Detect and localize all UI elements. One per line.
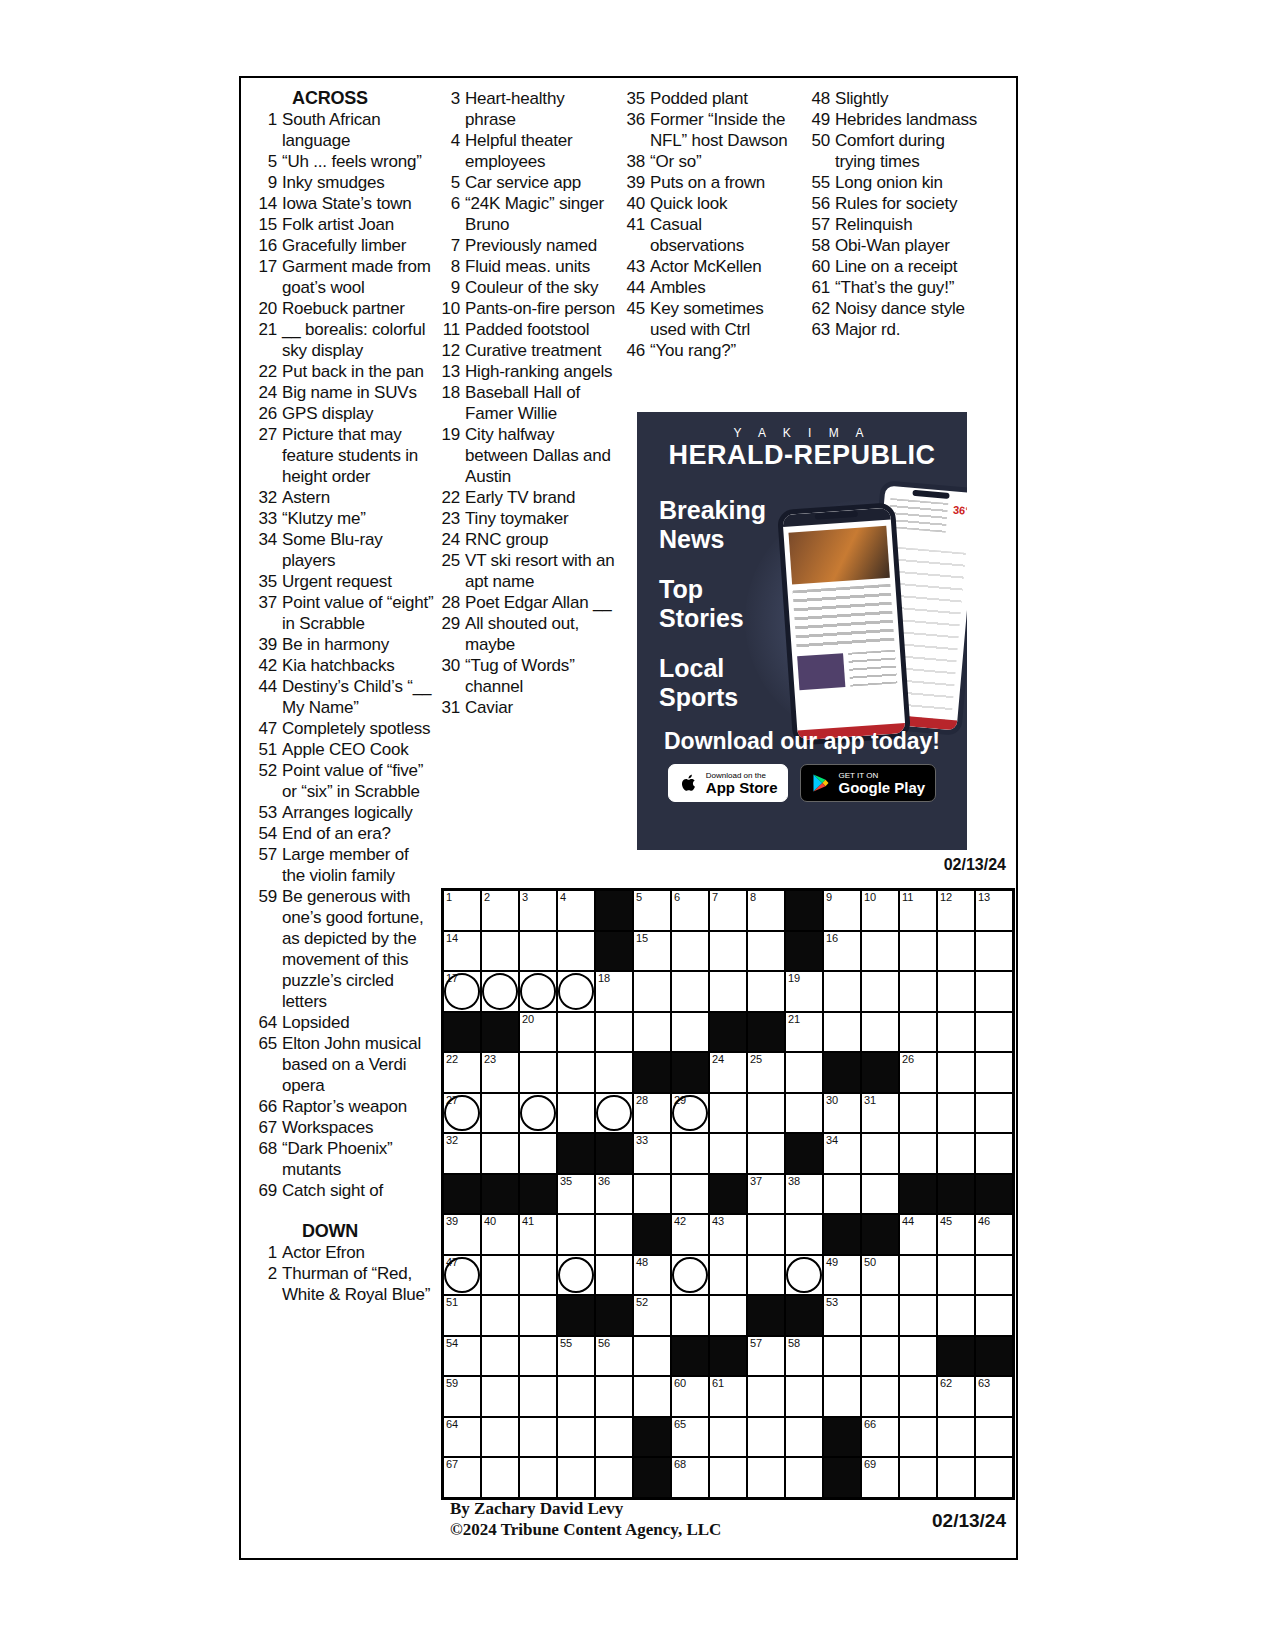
cell-number: 14 [446,933,458,944]
clue-down-31: 31Caviar [433,697,617,718]
clue-across-17: 17Garment made from goat’s wool [250,256,434,298]
cell-r3c15[interactable] [976,972,1012,1011]
clue-across-51: 51Apple CEO Cook [250,739,434,760]
cell-r14c10[interactable] [786,1418,822,1457]
cell-r11c8[interactable] [710,1296,746,1335]
cell-number: 50 [864,1257,876,1268]
cell-number: 39 [446,1216,458,1227]
cell-r9c11 [824,1215,860,1254]
cell-r2c14[interactable] [938,932,974,971]
cell-r10c8[interactable] [710,1256,746,1295]
clue-number: 27 [250,424,282,487]
clue-down-19: 19City halfway between Dallas and Austin [433,424,617,487]
cell-r4c3[interactable]: 20 [520,1013,556,1052]
clue-down-56: 56Rules for society [803,193,989,214]
cell-r14c7[interactable]: 65 [672,1418,708,1457]
cell-r7c13[interactable] [900,1134,936,1173]
clue-across-53: 53Arranges logically [250,802,434,823]
clue-text: High-ranking angels [465,361,617,382]
clue-across-67: 67Workspaces [250,1117,434,1138]
cell-r5c2[interactable]: 23 [482,1053,518,1092]
cell-r4c11[interactable] [824,1013,860,1052]
cell-r7c6[interactable]: 33 [634,1134,670,1173]
cell-r5c9[interactable]: 25 [748,1053,784,1092]
cell-r3c5[interactable]: 18 [596,972,632,1011]
clue-across-21: 21__ borealis: colorful sky display [250,319,434,361]
circle-marker [444,1095,480,1132]
cell-r3c14[interactable] [938,972,974,1011]
clue-across-52: 52Point value of “five” or “six” in Scra… [250,760,434,802]
cell-r1c3[interactable]: 3 [520,891,556,930]
cell-r8c9[interactable]: 37 [748,1175,784,1214]
cell-r15c10[interactable] [786,1458,822,1497]
cell-number: 64 [446,1419,458,1430]
cell-r6c7[interactable]: 29 [672,1094,708,1133]
clue-text: Apple CEO Cook [282,739,434,760]
cell-r2c13[interactable] [900,932,936,971]
cell-r13c7[interactable]: 60 [672,1377,708,1416]
cell-r6c15[interactable] [976,1094,1012,1133]
cell-r13c3[interactable] [520,1377,556,1416]
cell-r8c7[interactable] [672,1175,708,1214]
clue-text: Point value of “eight” in Scrabble [282,592,434,634]
cell-r3c10[interactable]: 19 [786,972,822,1011]
cell-r8c6[interactable] [634,1175,670,1214]
cell-r2c12[interactable] [862,932,898,971]
cell-r10c15[interactable] [976,1256,1012,1295]
clue-number: 10 [433,298,465,319]
clue-down-39: 39Puts on a frown [618,172,800,193]
cell-r12c6[interactable] [634,1337,670,1376]
cell-r1c11[interactable]: 9 [824,891,860,930]
news-photo-thumbnail [788,526,889,585]
cell-r4c14[interactable] [938,1013,974,1052]
clue-number: 1 [250,109,282,151]
cell-r3c12[interactable] [862,972,898,1011]
cell-r11c15[interactable] [976,1296,1012,1335]
cell-r7c15[interactable] [976,1134,1012,1173]
cell-r12c5[interactable]: 56 [596,1337,632,1376]
cell-r5c5[interactable] [596,1053,632,1092]
cell-r3c11[interactable] [824,972,860,1011]
clue-number: 5 [250,151,282,172]
cell-r8c11[interactable] [824,1175,860,1214]
circle-marker [444,973,480,1010]
cell-r2c11[interactable]: 16 [824,932,860,971]
cell-r1c2[interactable]: 2 [482,891,518,930]
cell-r10c2[interactable] [482,1256,518,1295]
clue-text: Workspaces [282,1117,434,1138]
cell-number: 5 [636,892,642,903]
app-store-badge[interactable]: Download on the App Store [668,764,789,802]
cell-r14c1[interactable]: 64 [444,1418,480,1457]
cell-r9c10[interactable] [786,1215,822,1254]
cell-r13c12[interactable] [862,1377,898,1416]
cell-r7c14[interactable] [938,1134,974,1173]
cell-r3c1[interactable]: 17 [444,972,480,1011]
cell-number: 20 [522,1014,534,1025]
cell-r5c1[interactable]: 22 [444,1053,480,1092]
cell-r13c13[interactable] [900,1377,936,1416]
clue-down-30: 30“Tug of Words” channel [433,655,617,697]
clue-text: Some Blu-ray players [282,529,434,571]
cell-r6c5[interactable] [596,1094,632,1133]
cell-number: 61 [712,1378,724,1389]
cell-number: 46 [978,1216,990,1227]
clue-across-33: 33“Klutzy me” [250,508,434,529]
cell-r14c13[interactable] [900,1418,936,1457]
cell-r2c1[interactable]: 14 [444,932,480,971]
clue-down-48: 48Slightly [803,88,989,109]
cell-r2c3[interactable] [520,932,556,971]
clue-number: 35 [250,571,282,592]
cell-r13c1[interactable]: 59 [444,1377,480,1416]
cell-r9c5[interactable] [596,1215,632,1254]
clue-number: 63 [803,319,835,340]
cell-r10c3[interactable] [520,1256,556,1295]
cell-r9c1[interactable]: 39 [444,1215,480,1254]
cell-r3c4[interactable] [558,972,594,1011]
cell-r2c8[interactable] [710,932,746,971]
cell-r5c13[interactable]: 26 [900,1053,936,1092]
cell-r15c2[interactable] [482,1458,518,1497]
cell-r14c3[interactable] [520,1418,556,1457]
clue-text: “Dark Phoenix” mutants [282,1138,434,1180]
clue-across-20: 20Roebuck partner [250,298,434,319]
cell-r6c14[interactable] [938,1094,974,1133]
cell-r13c11[interactable] [824,1377,860,1416]
cell-r13c2[interactable] [482,1377,518,1416]
cell-r15c8[interactable] [710,1458,746,1497]
clue-text: Rules for society [835,193,989,214]
cell-r10c7[interactable] [672,1256,708,1295]
cell-number: 15 [636,933,648,944]
cell-r12c2[interactable] [482,1337,518,1376]
phone-mockup-front [777,502,911,746]
cell-r15c7[interactable]: 68 [672,1458,708,1497]
cell-r10c10[interactable] [786,1256,822,1295]
clue-number: 4 [433,130,465,172]
cell-r6c9[interactable] [748,1094,784,1133]
cell-r1c14[interactable]: 12 [938,891,974,930]
cell-r6c13[interactable] [900,1094,936,1133]
clue-number: 35 [618,88,650,109]
clue-down-44: 44Ambles [618,277,800,298]
clue-down-46: 46“You rang?” [618,340,800,361]
cell-r9c9[interactable] [748,1215,784,1254]
cell-number: 16 [826,933,838,944]
cell-r2c7[interactable] [672,932,708,971]
cell-r14c8[interactable] [710,1418,746,1457]
cell-r6c1[interactable]: 27 [444,1094,480,1133]
clue-number: 67 [250,1117,282,1138]
cell-r2c15[interactable] [976,932,1012,971]
clue-number: 47 [250,718,282,739]
cell-r9c4[interactable] [558,1215,594,1254]
cell-r12c11[interactable] [824,1337,860,1376]
clue-text: Couleur of the sky [465,277,617,298]
cell-r13c9[interactable] [748,1377,784,1416]
cell-r10c13[interactable] [900,1256,936,1295]
clue-text: Kia hatchbacks [282,655,434,676]
clue-across-66: 66Raptor’s weapon [250,1096,434,1117]
cell-r3c7[interactable] [672,972,708,1011]
cell-r12c1[interactable]: 54 [444,1337,480,1376]
cell-r9c13[interactable]: 44 [900,1215,936,1254]
cell-r12c7 [672,1337,708,1376]
clue-down-25: 25VT ski resort with an apt name [433,550,617,592]
badge-apple-bottom-text: App Store [706,780,778,796]
clue-text: Baseball Hall of Famer Willie [465,382,617,424]
cell-number: 35 [560,1176,572,1187]
cell-r14c5[interactable] [596,1418,632,1457]
cell-r15c5[interactable] [596,1458,632,1497]
cell-r1c1[interactable]: 1 [444,891,480,930]
ad-feature-local-sports: Local Sports [659,654,789,712]
cell-r8c4[interactable]: 35 [558,1175,594,1214]
cell-r1c6[interactable]: 5 [634,891,670,930]
cell-r3c2[interactable] [482,972,518,1011]
cell-r8c5[interactable]: 36 [596,1175,632,1214]
clue-text: Comfort during trying times [835,130,989,172]
cell-number: 40 [484,1216,496,1227]
cell-r12c3[interactable] [520,1337,556,1376]
cell-r13c4[interactable] [558,1377,594,1416]
cell-r5c10[interactable] [786,1053,822,1092]
cell-r13c10[interactable] [786,1377,822,1416]
cell-r8c10[interactable]: 38 [786,1175,822,1214]
cell-r14c15[interactable] [976,1418,1012,1457]
clue-number: 24 [250,382,282,403]
clue-across-14: 14Iowa State’s town [250,193,434,214]
cell-r3c13[interactable] [900,972,936,1011]
clue-number: 28 [433,592,465,613]
cell-r6c3[interactable] [520,1094,556,1133]
cell-number: 10 [864,892,876,903]
puzzle-frame: ACROSS1South African language5“Uh ... fe… [239,76,1018,1560]
cell-r14c9[interactable] [748,1418,784,1457]
cell-r3c3[interactable] [520,972,556,1011]
apple-logo-icon [679,771,699,795]
cell-r2c6[interactable]: 15 [634,932,670,971]
clue-text: Thurman of “Red, White & Royal Blue” [282,1263,434,1305]
clue-down-18: 18Baseball Hall of Famer Willie [433,382,617,424]
clue-down-5: 5Car service app [433,172,617,193]
circle-marker [520,973,556,1010]
cell-r7c8[interactable] [710,1134,746,1173]
clue-text: “Tug of Words” channel [465,655,617,697]
cell-r6c6[interactable]: 28 [634,1094,670,1133]
cell-r1c15[interactable]: 13 [976,891,1012,930]
cell-r1c10 [786,891,822,930]
clue-number: 39 [250,634,282,655]
cell-r11c1[interactable]: 51 [444,1296,480,1335]
google-play-badge[interactable]: GET IT ON Google Play [800,764,936,802]
clue-down-4: 4Helpful theater employees [433,130,617,172]
circle-marker [558,1257,594,1294]
cell-r2c2[interactable] [482,932,518,971]
cell-r11c11[interactable]: 53 [824,1296,860,1335]
cell-r8c12[interactable] [862,1175,898,1214]
cell-r4c13[interactable] [900,1013,936,1052]
cell-r15c4[interactable] [558,1458,594,1497]
cell-r9c14[interactable]: 45 [938,1215,974,1254]
cell-r1c12[interactable]: 10 [862,891,898,930]
cell-r13c6[interactable] [634,1377,670,1416]
cell-r4c6[interactable] [634,1013,670,1052]
cell-r15c12[interactable]: 69 [862,1458,898,1497]
clue-number: 2 [250,1263,282,1305]
cell-r7c12[interactable] [862,1134,898,1173]
clue-down-8: 8Fluid meas. units [433,256,617,277]
cell-number: 23 [484,1054,496,1065]
cell-r9c7[interactable]: 42 [672,1215,708,1254]
cell-r13c5[interactable] [596,1377,632,1416]
cell-r6c10[interactable] [786,1094,822,1133]
cell-r7c11[interactable]: 34 [824,1134,860,1173]
clue-column-3: 35Podded plant36Former “Inside the NFL” … [618,88,800,361]
cell-r3c6[interactable] [634,972,670,1011]
cell-r4c12[interactable] [862,1013,898,1052]
cell-r9c2[interactable]: 40 [482,1215,518,1254]
cell-r6c2[interactable] [482,1094,518,1133]
cell-r15c14[interactable] [938,1458,974,1497]
cell-r4c5[interactable] [596,1013,632,1052]
cell-number: 34 [826,1135,838,1146]
clue-number: 17 [250,256,282,298]
cell-r15c1[interactable]: 67 [444,1458,480,1497]
cell-r10c14[interactable] [938,1256,974,1295]
cell-number: 62 [940,1378,952,1389]
clue-number: 61 [803,277,835,298]
cell-r9c15[interactable]: 46 [976,1215,1012,1254]
cell-r9c8[interactable]: 43 [710,1215,746,1254]
clue-text: Put back in the pan [282,361,434,382]
cell-r11c6[interactable]: 52 [634,1296,670,1335]
cell-r10c12[interactable]: 50 [862,1256,898,1295]
cell-r5c4[interactable] [558,1053,594,1092]
cell-r12c13[interactable] [900,1337,936,1376]
clue-text: Helpful theater employees [465,130,617,172]
cell-r12c9[interactable]: 57 [748,1337,784,1376]
cell-r4c10[interactable]: 21 [786,1013,822,1052]
cell-r6c12[interactable]: 31 [862,1094,898,1133]
cell-r10c6[interactable]: 48 [634,1256,670,1295]
cell-r3c8[interactable] [710,972,746,1011]
clue-number: 18 [433,382,465,424]
cell-r10c9[interactable] [748,1256,784,1295]
clue-number: 60 [803,256,835,277]
cell-r4c7[interactable] [672,1013,708,1052]
clue-number: 55 [803,172,835,193]
cell-r10c4[interactable] [558,1256,594,1295]
cell-r11c12[interactable] [862,1296,898,1335]
clue-down-22: 22Early TV brand [433,487,617,508]
cell-number: 18 [598,973,610,984]
cell-r5c14[interactable] [938,1053,974,1092]
cell-r10c11[interactable]: 49 [824,1256,860,1295]
cell-r12c4[interactable]: 55 [558,1337,594,1376]
cell-r10c1[interactable]: 47 [444,1256,480,1295]
phone-headline-lines-small [848,650,897,687]
cell-r7c7[interactable] [672,1134,708,1173]
cell-number: 63 [978,1378,990,1389]
cell-r11c7[interactable] [672,1296,708,1335]
cell-r1c4[interactable]: 4 [558,891,594,930]
cell-r9c12 [862,1215,898,1254]
clue-number: 38 [618,151,650,172]
clue-text: “Or so” [650,151,800,172]
cell-r11c10 [786,1296,822,1335]
cell-r12c12[interactable] [862,1337,898,1376]
cell-r7c3[interactable] [520,1134,556,1173]
phone-text-lines [888,498,948,533]
cell-r11c13[interactable] [900,1296,936,1335]
cell-r4c4[interactable] [558,1013,594,1052]
cell-r15c9[interactable] [748,1458,784,1497]
cell-r1c8[interactable]: 7 [710,891,746,930]
cell-r13c8[interactable]: 61 [710,1377,746,1416]
cell-number: 11 [902,892,913,903]
cell-r6c8[interactable] [710,1094,746,1133]
clue-down-24: 24RNC group [433,529,617,550]
cell-r11c2[interactable] [482,1296,518,1335]
cell-r14c2[interactable] [482,1418,518,1457]
clue-number: 50 [803,130,835,172]
cell-r3c9[interactable] [748,972,784,1011]
cell-r12c10[interactable]: 58 [786,1337,822,1376]
weather-temperature: 36° [953,503,967,516]
cell-r13c14[interactable]: 62 [938,1377,974,1416]
cell-r15c3[interactable] [520,1458,556,1497]
cell-r11c3[interactable] [520,1296,556,1335]
cell-r2c4[interactable] [558,932,594,971]
cell-r9c3[interactable]: 41 [520,1215,556,1254]
cell-r1c7[interactable]: 6 [672,891,708,930]
cell-r2c9[interactable] [748,932,784,971]
cell-r7c1[interactable]: 32 [444,1134,480,1173]
cell-r1c9[interactable]: 8 [748,891,784,930]
cell-r15c15[interactable] [976,1458,1012,1497]
clue-down-9: 9Couleur of the sky [433,277,617,298]
clue-text: GPS display [282,403,434,424]
cell-r13c15[interactable]: 63 [976,1377,1012,1416]
cell-r5c3[interactable] [520,1053,556,1092]
cell-r6c4[interactable] [558,1094,594,1133]
cell-r2c10 [786,932,822,971]
cell-r15c13[interactable] [900,1458,936,1497]
cell-r5c15[interactable] [976,1053,1012,1092]
cell-r6c11[interactable]: 30 [824,1094,860,1133]
cell-r14c14[interactable] [938,1418,974,1457]
cell-r7c2[interactable] [482,1134,518,1173]
cell-r11c5 [596,1296,632,1335]
cell-r1c13[interactable]: 11 [900,891,936,930]
clue-down-23: 23Tiny toymaker [433,508,617,529]
cell-r7c9[interactable] [748,1134,784,1173]
clue-number: 22 [250,361,282,382]
cell-r14c4[interactable] [558,1418,594,1457]
cell-r4c15[interactable] [976,1013,1012,1052]
cell-r14c12[interactable]: 66 [862,1418,898,1457]
clue-text: VT ski resort with an apt name [465,550,617,592]
cell-r5c8[interactable]: 24 [710,1053,746,1092]
cell-number: 19 [788,973,800,984]
cell-number: 28 [636,1095,648,1106]
cell-r11c14[interactable] [938,1296,974,1335]
cell-r14c11 [824,1418,860,1457]
cell-r10c5[interactable] [596,1256,632,1295]
